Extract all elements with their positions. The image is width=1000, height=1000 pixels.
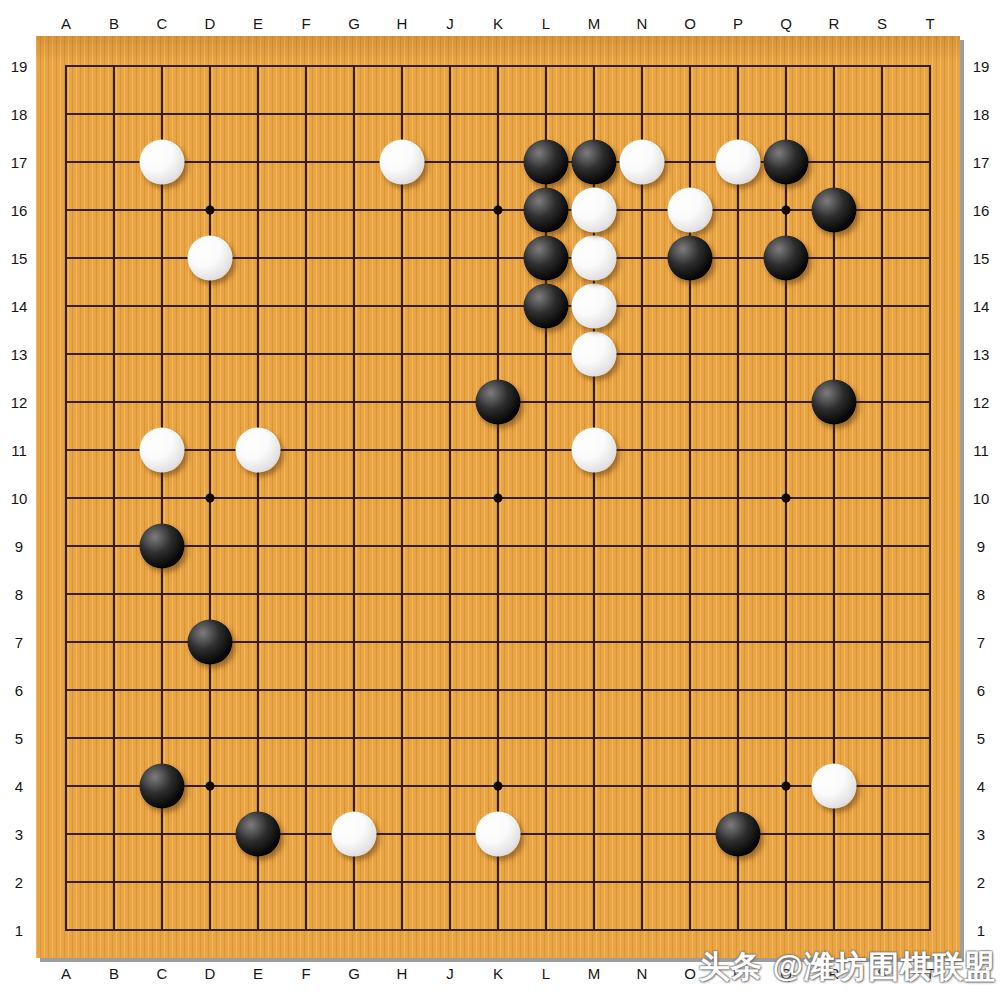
white-stone: [572, 284, 617, 329]
black-stone: [524, 284, 569, 329]
row-label-left: 9: [15, 539, 23, 554]
white-stone: [572, 188, 617, 233]
go-board: [36, 36, 960, 958]
black-stone: [668, 236, 713, 281]
star-point: [206, 206, 215, 215]
row-label-left: 7: [15, 635, 23, 650]
black-stone: [812, 188, 857, 233]
black-stone: [764, 140, 809, 185]
white-stone: [620, 140, 665, 185]
star-point: [494, 206, 503, 215]
white-stone: [668, 188, 713, 233]
row-label-right: 3: [977, 827, 985, 842]
column-label-top: G: [348, 16, 360, 31]
white-stone: [332, 812, 377, 857]
row-label-left: 13: [11, 347, 28, 362]
column-label-bottom: K: [493, 966, 503, 981]
grid-line-horizontal: [65, 545, 931, 547]
row-label-right: 19: [973, 59, 990, 74]
white-stone: [572, 236, 617, 281]
column-label-top: R: [829, 16, 840, 31]
column-label-top: T: [925, 16, 934, 31]
row-label-right: 1: [977, 923, 985, 938]
black-stone: [524, 140, 569, 185]
star-point: [782, 782, 791, 791]
row-label-right: 12: [973, 395, 990, 410]
row-label-left: 5: [15, 731, 23, 746]
column-label-bottom: N: [637, 966, 648, 981]
black-stone: [236, 812, 281, 857]
star-point: [206, 494, 215, 503]
row-label-right: 17: [973, 155, 990, 170]
column-label-bottom: D: [205, 966, 216, 981]
watermark-platform: 头条: [699, 949, 763, 984]
grid-line-vertical: [641, 65, 643, 931]
black-stone: [572, 140, 617, 185]
row-label-left: 19: [11, 59, 28, 74]
star-point: [494, 494, 503, 503]
row-label-right: 13: [973, 347, 990, 362]
row-label-right: 8: [977, 587, 985, 602]
white-stone: [716, 140, 761, 185]
column-label-bottom: L: [542, 966, 550, 981]
white-stone: [380, 140, 425, 185]
column-label-bottom: M: [588, 966, 601, 981]
row-label-left: 10: [11, 491, 28, 506]
black-stone: [764, 236, 809, 281]
grid-line-horizontal: [65, 689, 931, 691]
column-label-bottom: O: [684, 966, 696, 981]
watermark-handle: @潍坊围棋联盟: [773, 949, 996, 984]
row-label-left: 16: [11, 203, 28, 218]
row-label-right: 4: [977, 779, 985, 794]
row-label-right: 10: [973, 491, 990, 506]
row-label-left: 2: [15, 875, 23, 890]
column-label-top: E: [253, 16, 263, 31]
white-stone: [572, 428, 617, 473]
column-label-bottom: E: [253, 966, 263, 981]
black-stone: [524, 188, 569, 233]
column-label-bottom: H: [397, 966, 408, 981]
white-stone: [236, 428, 281, 473]
white-stone: [188, 236, 233, 281]
column-label-bottom: A: [61, 966, 71, 981]
go-diagram: AABBCCDDEEFFGGHHJJKKLLMMNNOOPPQQRRSSTT19…: [0, 0, 1000, 1000]
black-stone: [140, 764, 185, 809]
white-stone: [812, 764, 857, 809]
row-label-right: 6: [977, 683, 985, 698]
column-label-top: L: [542, 16, 550, 31]
column-label-bottom: C: [157, 966, 168, 981]
row-label-left: 3: [15, 827, 23, 842]
row-label-right: 18: [973, 107, 990, 122]
white-stone: [140, 428, 185, 473]
white-stone: [572, 332, 617, 377]
column-label-bottom: F: [301, 966, 310, 981]
row-label-right: 15: [973, 251, 990, 266]
star-point: [782, 494, 791, 503]
column-label-bottom: J: [446, 966, 454, 981]
row-label-right: 5: [977, 731, 985, 746]
column-label-bottom: G: [348, 966, 360, 981]
star-point: [782, 206, 791, 215]
row-label-left: 4: [15, 779, 23, 794]
column-label-top: C: [157, 16, 168, 31]
row-label-left: 6: [15, 683, 23, 698]
star-point: [494, 782, 503, 791]
column-label-top: A: [61, 16, 71, 31]
column-label-top: F: [301, 16, 310, 31]
column-label-top: N: [637, 16, 648, 31]
column-label-top: B: [109, 16, 119, 31]
row-label-left: 8: [15, 587, 23, 602]
row-label-left: 1: [15, 923, 23, 938]
black-stone: [476, 380, 521, 425]
white-stone: [140, 140, 185, 185]
black-stone: [812, 380, 857, 425]
column-label-top: J: [446, 16, 454, 31]
grid-line-vertical: [881, 65, 883, 931]
grid-line-horizontal: [65, 737, 931, 739]
grid-line-horizontal: [65, 593, 931, 595]
row-label-right: 2: [977, 875, 985, 890]
row-label-left: 17: [11, 155, 28, 170]
row-label-left: 11: [11, 443, 27, 458]
row-label-right: 11: [973, 443, 989, 458]
black-stone: [188, 620, 233, 665]
row-label-right: 9: [977, 539, 985, 554]
row-label-left: 12: [11, 395, 28, 410]
row-label-right: 7: [977, 635, 985, 650]
column-label-top: Q: [780, 16, 792, 31]
column-label-top: O: [684, 16, 696, 31]
grid-line-horizontal: [65, 881, 931, 883]
row-label-right: 14: [973, 299, 990, 314]
row-label-left: 18: [11, 107, 28, 122]
column-label-top: S: [877, 16, 887, 31]
row-label-left: 14: [11, 299, 28, 314]
black-stone: [524, 236, 569, 281]
grid-line-horizontal: [65, 929, 931, 931]
star-point: [206, 782, 215, 791]
watermark: 头条@潍坊围棋联盟: [699, 946, 996, 988]
white-stone: [476, 812, 521, 857]
column-label-bottom: B: [109, 966, 119, 981]
column-label-top: K: [493, 16, 503, 31]
grid-line-vertical: [737, 65, 739, 931]
column-label-top: D: [205, 16, 216, 31]
row-label-right: 16: [973, 203, 990, 218]
column-label-top: H: [397, 16, 408, 31]
black-stone: [716, 812, 761, 857]
row-label-left: 15: [11, 251, 28, 266]
grid-line-vertical: [929, 65, 931, 931]
black-stone: [140, 524, 185, 569]
column-label-top: P: [733, 16, 743, 31]
column-label-top: M: [588, 16, 601, 31]
